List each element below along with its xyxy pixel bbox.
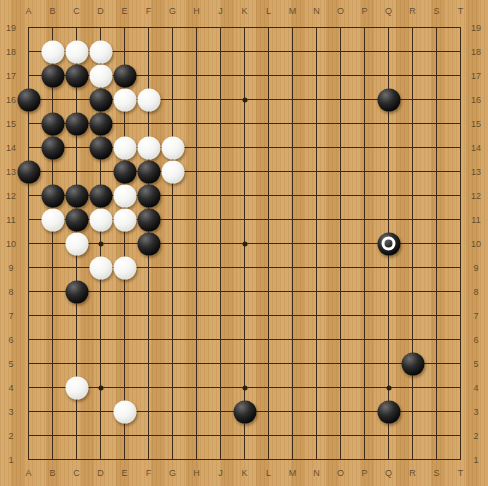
stone-black [137,184,160,207]
row-label-right: 7 [473,311,478,321]
stone-black [65,280,88,303]
row-label-left: 5 [8,359,13,369]
row-label-right: 12 [471,191,481,201]
row-label-right: 8 [473,287,478,297]
column-label-top: A [25,6,31,16]
stone-white [113,400,136,423]
column-label-top: J [218,6,223,16]
column-label-top: F [146,6,152,16]
column-label-bottom: N [313,468,320,478]
column-label-top: T [458,6,464,16]
stone-black [89,88,112,111]
row-label-left: 3 [8,407,13,417]
star-point [242,97,247,102]
row-label-right: 1 [473,455,478,465]
stone-black [137,208,160,231]
stone-white [65,40,88,63]
stone-black [41,112,64,135]
column-label-top: Q [385,6,392,16]
row-label-left: 17 [6,71,16,81]
row-label-left: 11 [6,215,15,225]
star-point [98,385,103,390]
stone-black [401,352,424,375]
star-point [98,241,103,246]
row-label-right: 4 [473,383,478,393]
row-label-left: 10 [6,239,16,249]
row-label-left: 18 [6,47,16,57]
stone-black [41,136,64,159]
stone-white [65,376,88,399]
stone-black [89,136,112,159]
stone-white [113,136,136,159]
row-label-right: 9 [473,263,478,273]
column-label-top: N [313,6,320,16]
stone-black [377,88,400,111]
row-label-right: 6 [473,335,478,345]
column-label-top: M [289,6,297,16]
star-point [386,385,391,390]
row-label-left: 2 [8,431,13,441]
column-label-top: B [49,6,55,16]
row-label-left: 7 [8,311,13,321]
row-label-left: 15 [6,119,16,129]
stone-black [89,112,112,135]
column-label-bottom: T [458,468,464,478]
stone-black [89,184,112,207]
stone-white [113,184,136,207]
stone-black [41,64,64,87]
column-label-bottom: E [121,468,127,478]
row-label-right: 14 [471,143,481,153]
row-label-left: 12 [6,191,16,201]
column-label-bottom: G [169,468,176,478]
stone-black [65,112,88,135]
column-label-top: H [193,6,200,16]
row-label-right: 18 [471,47,481,57]
star-point [242,385,247,390]
stone-black [65,208,88,231]
row-label-left: 19 [6,23,16,33]
row-label-right: 3 [473,407,478,417]
row-label-left: 1 [8,455,13,465]
stone-white [89,64,112,87]
row-label-right: 13 [471,167,481,177]
column-label-top: S [433,6,439,16]
column-label-bottom: C [73,468,80,478]
row-label-left: 8 [8,287,13,297]
column-label-bottom: L [266,468,271,478]
column-label-top: E [121,6,127,16]
column-label-top: G [169,6,176,16]
stone-black [113,160,136,183]
column-label-bottom: S [433,468,439,478]
column-label-top: P [361,6,367,16]
column-label-bottom: O [337,468,344,478]
stone-black [113,64,136,87]
column-label-top: K [241,6,247,16]
column-label-bottom: A [25,468,31,478]
stone-black [65,184,88,207]
stone-black [17,88,40,111]
column-label-top: L [266,6,271,16]
row-label-left: 16 [6,95,16,105]
stone-white [113,88,136,111]
row-label-right: 19 [471,23,481,33]
column-label-top: C [73,6,80,16]
row-label-right: 10 [471,239,481,249]
row-label-right: 2 [473,431,478,441]
stone-white [137,88,160,111]
stone-white [113,208,136,231]
stone-white [161,136,184,159]
stone-black [137,232,160,255]
column-label-top: R [409,6,416,16]
column-label-bottom: F [146,468,152,478]
stone-black [233,400,256,423]
stone-black [17,160,40,183]
stone-black [137,160,160,183]
column-label-bottom: D [97,468,104,478]
row-label-right: 15 [471,119,481,129]
stone-black-marked [377,232,400,255]
column-label-top: O [337,6,344,16]
row-label-right: 11 [471,215,480,225]
column-label-bottom: M [289,468,297,478]
stone-black [41,184,64,207]
column-label-bottom: K [241,468,247,478]
stone-white [89,256,112,279]
stone-white [89,40,112,63]
stone-white [89,208,112,231]
stone-white [65,232,88,255]
stone-black [65,64,88,87]
row-label-right: 17 [471,71,481,81]
column-label-bottom: P [361,468,367,478]
stone-white [161,160,184,183]
row-label-right: 5 [473,359,478,369]
stone-white [41,40,64,63]
column-label-bottom: R [409,468,416,478]
row-label-left: 6 [8,335,13,345]
column-label-bottom: J [218,468,223,478]
row-label-right: 16 [471,95,481,105]
row-label-left: 14 [6,143,16,153]
row-label-left: 4 [8,383,13,393]
board-grid[interactable] [28,27,461,460]
stone-white [113,256,136,279]
column-label-bottom: B [49,468,55,478]
column-label-bottom: H [193,468,200,478]
row-label-left: 13 [6,167,16,177]
stone-white [41,208,64,231]
row-label-left: 9 [8,263,13,273]
column-label-bottom: Q [385,468,392,478]
column-label-top: D [97,6,104,16]
last-move-marker [382,237,396,251]
star-point [242,241,247,246]
stone-black [377,400,400,423]
stone-white [137,136,160,159]
